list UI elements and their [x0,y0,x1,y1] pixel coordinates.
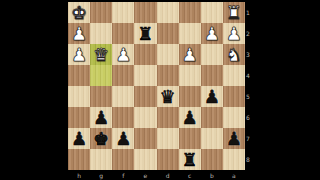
square-e5[interactable] [134,86,156,107]
black-pawn-c6: ♟ [182,108,198,126]
square-f8[interactable] [112,149,134,170]
black-rook-e2: ♜ [137,24,153,42]
square-g1[interactable] [90,2,112,23]
square-b6[interactable] [201,107,223,128]
file-label-e: e [134,170,156,180]
rank-label-7: 7 [246,128,256,149]
square-d1[interactable] [157,2,179,23]
square-c3[interactable]: ♟ [179,44,201,65]
square-c6[interactable]: ♟ [179,107,201,128]
rank-label-3: 3 [246,44,256,65]
square-d5[interactable]: ♛ [157,86,179,107]
square-c8[interactable]: ♜ [179,149,201,170]
square-a2[interactable]: ♟ [223,23,245,44]
white-knight-a3: ♞ [226,45,242,63]
square-c7[interactable] [179,128,201,149]
square-e8[interactable] [134,149,156,170]
square-e1[interactable] [134,2,156,23]
black-queen-d5: ♛ [159,87,175,105]
square-b7[interactable] [201,128,223,149]
square-h5[interactable] [68,86,90,107]
square-h4[interactable] [68,65,90,86]
square-e2[interactable]: ♜ [134,23,156,44]
square-c2[interactable] [179,23,201,44]
square-h8[interactable] [68,149,90,170]
square-d6[interactable] [157,107,179,128]
black-king-g7: ♚ [93,129,109,147]
square-d7[interactable] [157,128,179,149]
square-e7[interactable] [134,128,156,149]
black-rook-c8: ♜ [182,150,198,168]
square-b5[interactable]: ♟ [201,86,223,107]
square-h1[interactable]: ♚ [68,2,90,23]
chess-board: ♚♜♟♜♟♟♟♛♟♟♞♛♟♟♟♟♚♟♟♜ [68,2,245,170]
square-g5[interactable] [90,86,112,107]
square-a5[interactable] [223,86,245,107]
square-a7[interactable]: ♟ [223,128,245,149]
white-pawn-f3: ♟ [115,45,131,63]
rank-label-4: 4 [246,65,256,86]
white-pawn-h3: ♟ [71,45,87,63]
square-h7[interactable]: ♟ [68,128,90,149]
square-a8[interactable] [223,149,245,170]
square-g4[interactable] [90,65,112,86]
square-b4[interactable] [201,65,223,86]
file-label-b: b [201,170,223,180]
square-c4[interactable] [179,65,201,86]
square-c5[interactable] [179,86,201,107]
file-label-g: g [90,170,112,180]
rank-label-6: 6 [246,107,256,128]
white-pawn-h2: ♟ [71,24,87,42]
square-f5[interactable] [112,86,134,107]
square-g2[interactable] [90,23,112,44]
rank-label-5: 5 [246,86,256,107]
black-pawn-h7: ♟ [71,129,87,147]
white-pawn-a2: ♟ [226,24,242,42]
white-pawn-b2: ♟ [204,24,220,42]
black-pawn-f7: ♟ [115,129,131,147]
square-g6[interactable]: ♟ [90,107,112,128]
square-a4[interactable] [223,65,245,86]
square-c1[interactable] [179,2,201,23]
square-h3[interactable]: ♟ [68,44,90,65]
white-rook-a1: ♜ [226,3,242,21]
square-a6[interactable] [223,107,245,128]
square-f2[interactable] [112,23,134,44]
square-h2[interactable]: ♟ [68,23,90,44]
square-b3[interactable] [201,44,223,65]
square-a3[interactable]: ♞ [223,44,245,65]
square-h6[interactable] [68,107,90,128]
square-g3[interactable]: ♛ [90,44,112,65]
file-label-a: a [223,170,245,180]
square-f6[interactable] [112,107,134,128]
black-pawn-a7: ♟ [226,129,242,147]
black-pawn-g6: ♟ [93,108,109,126]
square-d4[interactable] [157,65,179,86]
file-label-h: h [68,170,90,180]
square-d2[interactable] [157,23,179,44]
rank-label-8: 8 [246,149,256,170]
square-e6[interactable] [134,107,156,128]
square-f7[interactable]: ♟ [112,128,134,149]
rank-label-1: 1 [246,2,256,23]
black-pawn-b5: ♟ [204,87,220,105]
rank-label-2: 2 [246,23,256,44]
square-d8[interactable] [157,149,179,170]
file-label-d: d [157,170,179,180]
file-label-c: c [179,170,201,180]
white-pawn-c3: ♟ [182,45,198,63]
chess-video-frame: ♚♜♟♜♟♟♟♛♟♟♞♛♟♟♟♟♚♟♟♜ 12345678 hgfedcba [0,0,320,180]
square-g7[interactable]: ♚ [90,128,112,149]
square-d3[interactable] [157,44,179,65]
square-e4[interactable] [134,65,156,86]
white-queen-g3: ♛ [93,45,109,63]
square-g8[interactable] [90,149,112,170]
square-b8[interactable] [201,149,223,170]
square-f4[interactable] [112,65,134,86]
square-b1[interactable] [201,2,223,23]
file-label-f: f [112,170,134,180]
square-f3[interactable]: ♟ [112,44,134,65]
square-a1[interactable]: ♜ [223,2,245,23]
square-e3[interactable] [134,44,156,65]
rank-labels: 12345678 [246,2,256,170]
square-f1[interactable] [112,2,134,23]
white-king-h1: ♚ [71,3,87,21]
square-b2[interactable]: ♟ [201,23,223,44]
file-labels: hgfedcba [68,170,245,180]
